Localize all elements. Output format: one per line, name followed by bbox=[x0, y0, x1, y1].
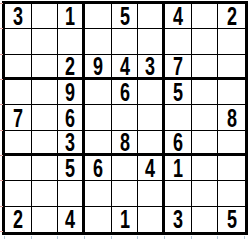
cell-r6c6[interactable] bbox=[138, 131, 165, 156]
given-digit: 7 bbox=[13, 105, 23, 130]
cell-r1c1[interactable]: 3 bbox=[5, 4, 32, 29]
cell-r2c3[interactable] bbox=[58, 29, 85, 54]
cell-r8c2[interactable] bbox=[32, 181, 59, 206]
cell-r5c6[interactable] bbox=[138, 105, 165, 130]
cell-r6c1[interactable] bbox=[5, 131, 32, 156]
cell-r1c7[interactable]: 4 bbox=[165, 4, 192, 29]
cell-r4c2[interactable] bbox=[32, 80, 59, 105]
cell-r4c4[interactable] bbox=[85, 80, 112, 105]
cell-r2c2[interactable] bbox=[32, 29, 59, 54]
given-digit: 1 bbox=[65, 4, 75, 29]
given-digit: 9 bbox=[65, 80, 75, 105]
cell-r3c7[interactable]: 7 bbox=[165, 55, 192, 80]
cell-r1c8[interactable] bbox=[192, 4, 219, 29]
cell-r3c8[interactable] bbox=[192, 55, 219, 80]
cell-r7c8[interactable] bbox=[192, 156, 219, 181]
cell-r2c4[interactable] bbox=[85, 29, 112, 54]
cell-r7c1[interactable] bbox=[5, 156, 32, 181]
cell-r2c9[interactable] bbox=[218, 29, 245, 54]
cell-r3c4[interactable]: 9 bbox=[85, 55, 112, 80]
cell-r3c5[interactable]: 4 bbox=[112, 55, 139, 80]
given-digit: 3 bbox=[145, 55, 155, 79]
cell-r2c7[interactable] bbox=[165, 29, 192, 54]
cell-r9c9[interactable]: 5 bbox=[218, 207, 245, 232]
cell-r8c7[interactable] bbox=[165, 181, 192, 206]
cell-r3c9[interactable] bbox=[218, 55, 245, 80]
cell-r1c4[interactable] bbox=[85, 4, 112, 29]
cell-r9c7[interactable]: 3 bbox=[165, 207, 192, 232]
sudoku-puzzle-image: 3154229437965768386564124135 bbox=[0, 0, 250, 239]
cell-r1c6[interactable] bbox=[138, 4, 165, 29]
given-digit: 2 bbox=[227, 4, 237, 29]
given-digit: 5 bbox=[119, 4, 129, 29]
cell-r2c5[interactable] bbox=[112, 29, 139, 54]
cell-r8c4[interactable] bbox=[85, 181, 112, 206]
cell-r9c6[interactable] bbox=[138, 207, 165, 232]
cell-r6c4[interactable] bbox=[85, 131, 112, 156]
cell-r4c8[interactable] bbox=[192, 80, 219, 105]
column-line-tick bbox=[217, 236, 218, 239]
cell-r1c9[interactable]: 2 bbox=[218, 4, 245, 29]
cell-r1c2[interactable] bbox=[32, 4, 59, 29]
cell-r4c1[interactable] bbox=[5, 80, 32, 105]
cell-r6c3[interactable]: 3 bbox=[58, 131, 85, 156]
given-digit: 4 bbox=[65, 207, 75, 232]
cell-r8c1[interactable] bbox=[5, 181, 32, 206]
column-line-tick bbox=[191, 236, 192, 239]
cell-r4c9[interactable] bbox=[218, 80, 245, 105]
cell-r9c2[interactable] bbox=[32, 207, 59, 232]
given-digit: 1 bbox=[173, 156, 183, 181]
given-digit: 6 bbox=[173, 131, 183, 155]
cell-r5c1[interactable]: 7 bbox=[5, 105, 32, 130]
cell-r5c4[interactable] bbox=[85, 105, 112, 130]
cell-r7c2[interactable] bbox=[32, 156, 59, 181]
cell-r3c2[interactable] bbox=[32, 55, 59, 80]
cell-r7c5[interactable] bbox=[112, 156, 139, 181]
given-digit: 4 bbox=[119, 55, 129, 79]
cell-r2c1[interactable] bbox=[5, 29, 32, 54]
given-digit: 4 bbox=[145, 156, 155, 181]
cell-r4c6[interactable] bbox=[138, 80, 165, 105]
given-digit: 5 bbox=[65, 156, 75, 181]
cell-r4c3[interactable]: 9 bbox=[58, 80, 85, 105]
given-digit: 6 bbox=[65, 105, 75, 130]
given-digit: 6 bbox=[119, 80, 129, 105]
cell-r5c3[interactable]: 6 bbox=[58, 105, 85, 130]
given-digit: 5 bbox=[173, 80, 183, 105]
cell-r6c2[interactable] bbox=[32, 131, 59, 156]
given-digit: 7 bbox=[173, 55, 183, 79]
given-digit: 5 bbox=[227, 207, 237, 232]
cell-r3c3[interactable]: 2 bbox=[58, 55, 85, 80]
cell-r5c8[interactable] bbox=[192, 105, 219, 130]
cell-r7c6[interactable]: 4 bbox=[138, 156, 165, 181]
cell-r5c9[interactable]: 8 bbox=[218, 105, 245, 130]
cell-r4c7[interactable]: 5 bbox=[165, 80, 192, 105]
column-line-tick bbox=[84, 236, 85, 239]
cell-r8c3[interactable] bbox=[58, 181, 85, 206]
cell-r6c5[interactable]: 8 bbox=[112, 131, 139, 156]
given-digit: 3 bbox=[173, 207, 183, 232]
cell-r7c9[interactable] bbox=[218, 156, 245, 181]
given-digit: 6 bbox=[93, 156, 103, 181]
cell-r8c6[interactable] bbox=[138, 181, 165, 206]
cell-r8c5[interactable] bbox=[112, 181, 139, 206]
cell-r9c8[interactable] bbox=[192, 207, 219, 232]
given-digit: 8 bbox=[227, 105, 237, 130]
given-digit: 2 bbox=[13, 207, 23, 232]
cell-r5c5[interactable] bbox=[112, 105, 139, 130]
cell-r7c4[interactable]: 6 bbox=[85, 156, 112, 181]
cell-r9c1[interactable]: 2 bbox=[5, 207, 32, 232]
cell-r6c8[interactable] bbox=[192, 131, 219, 156]
column-line-tick bbox=[244, 236, 245, 239]
cell-r7c7[interactable]: 1 bbox=[165, 156, 192, 181]
cell-r2c8[interactable] bbox=[192, 29, 219, 54]
cell-r8c8[interactable] bbox=[192, 181, 219, 206]
given-digit: 1 bbox=[119, 207, 129, 232]
column-line-tick bbox=[57, 236, 58, 239]
cell-r9c4[interactable] bbox=[85, 207, 112, 232]
column-line-tick bbox=[164, 236, 165, 239]
given-digit: 3 bbox=[65, 131, 75, 155]
cell-r7c3[interactable]: 5 bbox=[58, 156, 85, 181]
cell-r3c1[interactable] bbox=[5, 55, 32, 80]
column-line-tick bbox=[137, 236, 138, 239]
given-digit: 2 bbox=[65, 55, 75, 79]
cell-r4c5[interactable]: 6 bbox=[112, 80, 139, 105]
cell-r2c6[interactable] bbox=[138, 29, 165, 54]
given-digit: 4 bbox=[173, 4, 183, 29]
given-digit: 3 bbox=[13, 4, 23, 29]
cell-r9c5[interactable]: 1 bbox=[112, 207, 139, 232]
cell-r8c9[interactable] bbox=[218, 181, 245, 206]
cell-r6c9[interactable] bbox=[218, 131, 245, 156]
cell-r5c7[interactable] bbox=[165, 105, 192, 130]
cell-r5c2[interactable] bbox=[32, 105, 59, 130]
column-line-tick bbox=[4, 236, 5, 239]
given-digit: 9 bbox=[93, 55, 103, 79]
sudoku-board: 3154229437965768386564124135 bbox=[2, 1, 248, 235]
given-digit: 8 bbox=[119, 131, 129, 155]
cell-r1c5[interactable]: 5 bbox=[112, 4, 139, 29]
column-line-tick bbox=[31, 236, 32, 239]
cell-r6c7[interactable]: 6 bbox=[165, 131, 192, 156]
cell-r9c3[interactable]: 4 bbox=[58, 207, 85, 232]
cell-r3c6[interactable]: 3 bbox=[138, 55, 165, 80]
column-line-tick bbox=[111, 236, 112, 239]
cell-r1c3[interactable]: 1 bbox=[58, 4, 85, 29]
